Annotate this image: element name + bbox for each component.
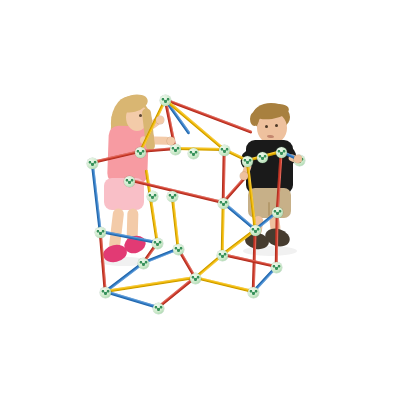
- ball-connector: [152, 238, 163, 249]
- ball-connector: [160, 95, 171, 106]
- girl-hand: [167, 137, 175, 145]
- boy-hand: [294, 155, 302, 163]
- ball-connector: [153, 303, 164, 314]
- fort-rod-yellow: [220, 203, 224, 255]
- ball-connector: [217, 250, 228, 261]
- fort-rod-blue: [105, 290, 159, 309]
- boy-shorts-split: [268, 202, 270, 216]
- boy-hair-sideburn: [250, 112, 259, 126]
- ball-connector: [190, 273, 201, 284]
- fort-rod-yellow: [195, 276, 254, 293]
- ball-connector: [124, 176, 135, 187]
- ball-connector: [271, 262, 282, 273]
- ball-connector: [135, 147, 146, 158]
- ball-connector: [257, 152, 268, 163]
- boy-eye-left: [265, 125, 268, 128]
- boy-hand: [240, 172, 248, 180]
- girl-hand: [156, 116, 164, 124]
- product-photo: [0, 0, 400, 400]
- ball-connector: [242, 156, 253, 167]
- fort-rod-yellow: [170, 196, 179, 249]
- fort-rod-blue: [90, 163, 101, 232]
- boy-eye-right: [275, 124, 278, 127]
- ball-connector: [167, 191, 178, 202]
- ball-connector: [87, 158, 98, 169]
- ball-connector: [272, 207, 283, 218]
- ball-connector: [188, 148, 199, 159]
- ball-connector: [138, 258, 149, 269]
- ball-connector: [276, 147, 287, 158]
- fort-rod-yellow: [175, 147, 224, 151]
- fort-rod-red: [221, 150, 225, 203]
- ball-connector: [170, 144, 181, 155]
- ball-connector: [95, 227, 106, 238]
- fort-rod-yellow: [144, 170, 158, 243]
- ball-connector: [218, 198, 229, 209]
- fort-rod-red: [274, 212, 278, 267]
- ball-connector: [248, 287, 259, 298]
- ball-connector: [219, 145, 230, 156]
- ball-connector: [173, 244, 184, 255]
- ball-connector: [100, 287, 111, 298]
- ball-connector: [147, 191, 158, 202]
- ball-connector: [250, 225, 261, 236]
